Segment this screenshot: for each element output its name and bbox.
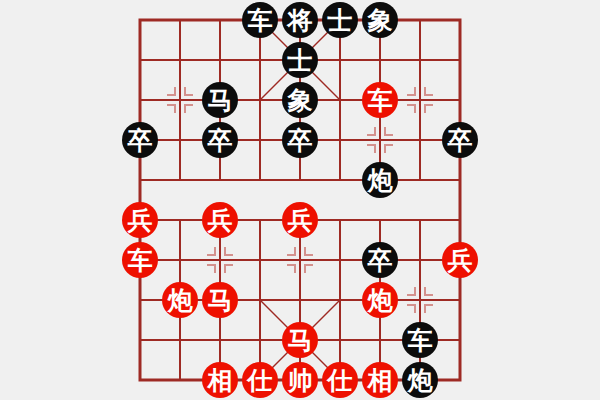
piece-red-general[interactable]: 帅	[282, 362, 318, 398]
piece-red-soldier[interactable]: 兵	[122, 202, 158, 238]
board-point-c1r3[interactable]	[160, 120, 200, 160]
board-point-c3r6[interactable]	[240, 240, 280, 280]
board-point-c2r1[interactable]	[200, 40, 240, 80]
board-point-c3r4[interactable]	[240, 160, 280, 200]
board-point-c8r8[interactable]	[440, 320, 480, 360]
board-point-c3r1[interactable]	[240, 40, 280, 80]
piece-black-horse[interactable]: 马	[202, 82, 238, 118]
board-grid: 车将士象士马象车卒卒卒卒炮兵兵兵车卒兵炮马炮马车相仕帅仕相炮	[120, 0, 480, 400]
piece-red-advisor[interactable]: 仕	[322, 362, 358, 398]
screen-background: 车将士象士马象车卒卒卒卒炮兵兵兵车卒兵炮马炮马车相仕帅仕相炮	[0, 0, 600, 400]
board-point-c1r9[interactable]	[160, 360, 200, 400]
board-point-c1r6[interactable]	[160, 240, 200, 280]
board-point-c7r0[interactable]	[400, 0, 440, 40]
piece-black-rook[interactable]: 车	[242, 2, 278, 38]
board-point-c8r9[interactable]	[440, 360, 480, 400]
piece-black-soldier[interactable]: 卒	[362, 242, 398, 278]
board-point-c4r6[interactable]	[280, 240, 320, 280]
piece-black-elephant[interactable]: 象	[362, 2, 398, 38]
board-point-c1r5[interactable]	[160, 200, 200, 240]
board-point-c2r8[interactable]	[200, 320, 240, 360]
board-point-c2r2[interactable]: 马	[200, 80, 240, 120]
piece-red-horse[interactable]: 马	[202, 282, 238, 318]
board-point-c0r8[interactable]	[120, 320, 160, 360]
board-point-c8r0[interactable]	[440, 0, 480, 40]
board-point-c5r4[interactable]	[320, 160, 360, 200]
board-point-c3r8[interactable]	[240, 320, 280, 360]
board-point-c4r4[interactable]	[280, 160, 320, 200]
piece-black-cannon[interactable]: 炮	[402, 362, 438, 398]
board-point-c7r4[interactable]	[400, 160, 440, 200]
board-point-c5r2[interactable]	[320, 80, 360, 120]
board-point-c5r6[interactable]	[320, 240, 360, 280]
board-point-c6r0[interactable]: 象	[360, 0, 400, 40]
board-point-c2r3[interactable]: 卒	[200, 120, 240, 160]
piece-red-advisor[interactable]: 仕	[242, 362, 278, 398]
piece-red-cannon[interactable]: 炮	[362, 282, 398, 318]
piece-red-elephant[interactable]: 相	[202, 362, 238, 398]
board-point-c0r1[interactable]	[120, 40, 160, 80]
board-point-c0r6[interactable]: 车	[120, 240, 160, 280]
board-point-c6r3[interactable]	[360, 120, 400, 160]
board-point-c5r0[interactable]: 士	[320, 0, 360, 40]
board-point-c3r7[interactable]	[240, 280, 280, 320]
board-point-c6r8[interactable]	[360, 320, 400, 360]
board-point-c4r5[interactable]: 兵	[280, 200, 320, 240]
piece-red-soldier[interactable]: 兵	[282, 202, 318, 238]
xiangqi-board: 车将士象士马象车卒卒卒卒炮兵兵兵车卒兵炮马炮马车相仕帅仕相炮	[120, 0, 480, 400]
board-point-c5r9[interactable]: 仕	[320, 360, 360, 400]
board-point-c5r5[interactable]	[320, 200, 360, 240]
board-point-c7r7[interactable]	[400, 280, 440, 320]
board-point-c6r2[interactable]: 车	[360, 80, 400, 120]
piece-black-soldier[interactable]: 卒	[442, 122, 478, 158]
board-point-c6r4[interactable]: 炮	[360, 160, 400, 200]
board-point-c0r2[interactable]	[120, 80, 160, 120]
board-point-c1r0[interactable]	[160, 0, 200, 40]
board-point-c0r3[interactable]: 卒	[120, 120, 160, 160]
board-point-c4r9[interactable]: 帅	[280, 360, 320, 400]
board-point-c1r7[interactable]: 炮	[160, 280, 200, 320]
board-point-c4r7[interactable]	[280, 280, 320, 320]
board-point-c6r7[interactable]: 炮	[360, 280, 400, 320]
board-point-c3r9[interactable]: 仕	[240, 360, 280, 400]
piece-black-cannon[interactable]: 炮	[362, 162, 398, 198]
board-point-c1r2[interactable]	[160, 80, 200, 120]
board-point-c7r2[interactable]	[400, 80, 440, 120]
board-point-c1r8[interactable]	[160, 320, 200, 360]
board-point-c7r5[interactable]	[400, 200, 440, 240]
board-point-c5r1[interactable]	[320, 40, 360, 80]
board-point-c7r8[interactable]: 车	[400, 320, 440, 360]
board-point-c4r0[interactable]: 将	[280, 0, 320, 40]
board-point-c4r2[interactable]: 象	[280, 80, 320, 120]
board-point-c6r5[interactable]	[360, 200, 400, 240]
board-point-c8r3[interactable]: 卒	[440, 120, 480, 160]
board-point-c6r9[interactable]: 相	[360, 360, 400, 400]
board-point-c0r0[interactable]	[120, 0, 160, 40]
board-point-c7r3[interactable]	[400, 120, 440, 160]
board-point-c0r7[interactable]	[120, 280, 160, 320]
piece-red-cannon[interactable]: 炮	[162, 282, 198, 318]
board-point-c4r8[interactable]: 马	[280, 320, 320, 360]
board-point-c0r4[interactable]	[120, 160, 160, 200]
board-point-c5r3[interactable]	[320, 120, 360, 160]
board-point-c6r6[interactable]: 卒	[360, 240, 400, 280]
piece-red-elephant[interactable]: 相	[362, 362, 398, 398]
board-point-c2r0[interactable]	[200, 0, 240, 40]
board-point-c2r4[interactable]	[200, 160, 240, 200]
board-point-c3r5[interactable]	[240, 200, 280, 240]
piece-black-elephant[interactable]: 象	[282, 82, 318, 118]
board-point-c7r6[interactable]	[400, 240, 440, 280]
piece-black-soldier[interactable]: 卒	[282, 122, 318, 158]
board-point-c2r6[interactable]	[200, 240, 240, 280]
board-point-c1r1[interactable]	[160, 40, 200, 80]
piece-black-soldier[interactable]: 卒	[202, 122, 238, 158]
board-point-c6r1[interactable]	[360, 40, 400, 80]
board-point-c5r7[interactable]	[320, 280, 360, 320]
board-point-c8r6[interactable]: 兵	[440, 240, 480, 280]
piece-red-rook[interactable]: 车	[362, 82, 398, 118]
board-point-c7r9[interactable]: 炮	[400, 360, 440, 400]
board-point-c5r8[interactable]	[320, 320, 360, 360]
board-point-c8r7[interactable]	[440, 280, 480, 320]
board-point-c8r2[interactable]	[440, 80, 480, 120]
board-point-c4r1[interactable]: 士	[280, 40, 320, 80]
board-point-c2r5[interactable]: 兵	[200, 200, 240, 240]
board-point-c8r5[interactable]	[440, 200, 480, 240]
piece-black-advisor[interactable]: 士	[322, 2, 358, 38]
piece-black-rook[interactable]: 车	[402, 322, 438, 358]
board-point-c7r1[interactable]	[400, 40, 440, 80]
board-point-c8r1[interactable]	[440, 40, 480, 80]
board-point-c0r9[interactable]	[120, 360, 160, 400]
piece-red-soldier[interactable]: 兵	[442, 242, 478, 278]
board-point-c8r4[interactable]	[440, 160, 480, 200]
board-point-c3r2[interactable]	[240, 80, 280, 120]
board-point-c3r3[interactable]	[240, 120, 280, 160]
board-point-c0r5[interactable]: 兵	[120, 200, 160, 240]
board-point-c2r7[interactable]: 马	[200, 280, 240, 320]
board-point-c2r9[interactable]: 相	[200, 360, 240, 400]
board-point-c4r3[interactable]: 卒	[280, 120, 320, 160]
board-point-c3r0[interactable]: 车	[240, 0, 280, 40]
piece-red-soldier[interactable]: 兵	[202, 202, 238, 238]
piece-black-soldier[interactable]: 卒	[122, 122, 158, 158]
piece-red-horse[interactable]: 马	[282, 322, 318, 358]
board-point-c1r4[interactable]	[160, 160, 200, 200]
piece-red-rook[interactable]: 车	[122, 242, 158, 278]
piece-black-general[interactable]: 将	[282, 2, 318, 38]
piece-black-advisor[interactable]: 士	[282, 42, 318, 78]
